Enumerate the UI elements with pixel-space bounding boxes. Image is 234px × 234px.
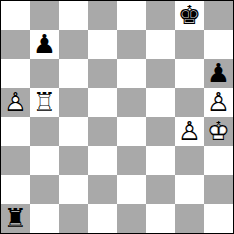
square-e1[interactable] [117, 204, 146, 233]
square-g8[interactable]: ♚ [175, 1, 204, 30]
square-c5[interactable] [59, 88, 88, 117]
square-h8[interactable] [204, 1, 233, 30]
square-b1[interactable] [30, 204, 59, 233]
square-d3[interactable] [88, 146, 117, 175]
square-e6[interactable] [117, 59, 146, 88]
square-a4[interactable] [1, 117, 30, 146]
square-b2[interactable] [30, 175, 59, 204]
square-g1[interactable] [175, 204, 204, 233]
white-king-icon: ♔ [204, 117, 233, 146]
square-d2[interactable] [88, 175, 117, 204]
square-f6[interactable] [146, 59, 175, 88]
square-f7[interactable] [146, 30, 175, 59]
square-c4[interactable] [59, 117, 88, 146]
square-h4[interactable]: ♚♔ [204, 117, 233, 146]
square-b7[interactable]: ♟ [30, 30, 59, 59]
square-b5[interactable]: ♜♖ [30, 88, 59, 117]
chessboard: ♚♟♟♟♙♜♖♟♙♟♙♚♔♜ [1, 1, 233, 233]
square-e4[interactable] [117, 117, 146, 146]
white-rook-icon: ♖ [30, 88, 59, 117]
square-c6[interactable] [59, 59, 88, 88]
square-h6[interactable]: ♟ [204, 59, 233, 88]
square-g2[interactable] [175, 175, 204, 204]
black-king-icon: ♚ [175, 1, 204, 30]
square-a5[interactable]: ♟♙ [1, 88, 30, 117]
square-h2[interactable] [204, 175, 233, 204]
square-d1[interactable] [88, 204, 117, 233]
square-d6[interactable] [88, 59, 117, 88]
square-h1[interactable] [204, 204, 233, 233]
square-c1[interactable] [59, 204, 88, 233]
square-c2[interactable] [59, 175, 88, 204]
black-pawn-icon: ♟ [204, 59, 233, 88]
square-f8[interactable] [146, 1, 175, 30]
white-pawn-icon: ♙ [175, 117, 204, 146]
square-a8[interactable] [1, 1, 30, 30]
square-c8[interactable] [59, 1, 88, 30]
square-a2[interactable] [1, 175, 30, 204]
square-a1[interactable]: ♜ [1, 204, 30, 233]
black-pawn-icon: ♟ [30, 30, 59, 59]
square-g7[interactable] [175, 30, 204, 59]
square-a3[interactable] [1, 146, 30, 175]
chessboard-frame: ♚♟♟♟♙♜♖♟♙♟♙♚♔♜ [0, 0, 234, 234]
square-d8[interactable] [88, 1, 117, 30]
square-a6[interactable] [1, 59, 30, 88]
square-h3[interactable] [204, 146, 233, 175]
square-g3[interactable] [175, 146, 204, 175]
square-f3[interactable] [146, 146, 175, 175]
square-c3[interactable] [59, 146, 88, 175]
square-f1[interactable] [146, 204, 175, 233]
square-g4[interactable]: ♟♙ [175, 117, 204, 146]
square-b4[interactable] [30, 117, 59, 146]
square-b3[interactable] [30, 146, 59, 175]
square-d5[interactable] [88, 88, 117, 117]
square-e2[interactable] [117, 175, 146, 204]
square-f4[interactable] [146, 117, 175, 146]
black-rook-icon: ♜ [1, 204, 30, 233]
square-e3[interactable] [117, 146, 146, 175]
square-f2[interactable] [146, 175, 175, 204]
square-a7[interactable] [1, 30, 30, 59]
square-g6[interactable] [175, 59, 204, 88]
square-g5[interactable] [175, 88, 204, 117]
square-e5[interactable] [117, 88, 146, 117]
square-f5[interactable] [146, 88, 175, 117]
square-b6[interactable] [30, 59, 59, 88]
white-pawn-icon: ♙ [1, 88, 30, 117]
square-e8[interactable] [117, 1, 146, 30]
square-c7[interactable] [59, 30, 88, 59]
square-b8[interactable] [30, 1, 59, 30]
square-h5[interactable]: ♟♙ [204, 88, 233, 117]
square-d4[interactable] [88, 117, 117, 146]
square-d7[interactable] [88, 30, 117, 59]
white-pawn-icon: ♙ [204, 88, 233, 117]
square-h7[interactable] [204, 30, 233, 59]
square-e7[interactable] [117, 30, 146, 59]
